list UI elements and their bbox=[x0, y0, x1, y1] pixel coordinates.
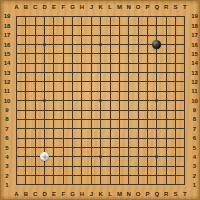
intersection-L12[interactable] bbox=[105, 77, 114, 86]
intersection-H16[interactable] bbox=[77, 40, 86, 49]
intersection-F16[interactable] bbox=[59, 40, 68, 49]
intersection-N16[interactable] bbox=[124, 40, 133, 49]
intersection-Q13[interactable] bbox=[152, 68, 161, 77]
intersection-M9[interactable] bbox=[115, 105, 124, 114]
stone-white-D4[interactable] bbox=[40, 152, 49, 161]
intersection-J12[interactable] bbox=[87, 77, 96, 86]
intersection-G13[interactable] bbox=[68, 68, 77, 77]
intersection-K1[interactable] bbox=[96, 180, 105, 189]
intersection-R14[interactable] bbox=[162, 59, 171, 68]
intersection-H7[interactable] bbox=[77, 124, 86, 133]
intersection-Q8[interactable] bbox=[152, 115, 161, 124]
intersection-H12[interactable] bbox=[77, 77, 86, 86]
intersection-D15[interactable] bbox=[40, 49, 49, 58]
intersection-P7[interactable] bbox=[143, 124, 152, 133]
intersection-K14[interactable] bbox=[96, 59, 105, 68]
intersection-O5[interactable] bbox=[133, 143, 142, 152]
intersection-O13[interactable] bbox=[133, 68, 142, 77]
intersection-T8[interactable] bbox=[180, 115, 189, 124]
intersection-F3[interactable] bbox=[59, 162, 68, 171]
intersection-F17[interactable] bbox=[59, 31, 68, 40]
intersection-A18[interactable] bbox=[12, 21, 21, 30]
intersection-G16[interactable] bbox=[68, 40, 77, 49]
intersection-K2[interactable] bbox=[96, 171, 105, 180]
intersection-S11[interactable] bbox=[171, 87, 180, 96]
intersection-J16[interactable] bbox=[87, 40, 96, 49]
intersection-K17[interactable] bbox=[96, 31, 105, 40]
intersection-B3[interactable] bbox=[21, 162, 30, 171]
intersection-Q3[interactable] bbox=[152, 162, 161, 171]
intersection-J15[interactable] bbox=[87, 49, 96, 58]
intersection-G9[interactable] bbox=[68, 105, 77, 114]
intersection-J18[interactable] bbox=[87, 21, 96, 30]
intersection-M18[interactable] bbox=[115, 21, 124, 30]
intersection-B1[interactable] bbox=[21, 180, 30, 189]
intersection-G17[interactable] bbox=[68, 31, 77, 40]
intersection-P14[interactable] bbox=[143, 59, 152, 68]
intersection-N1[interactable] bbox=[124, 180, 133, 189]
intersection-T2[interactable] bbox=[180, 171, 189, 180]
intersection-T6[interactable] bbox=[180, 133, 189, 142]
intersection-T5[interactable] bbox=[180, 143, 189, 152]
intersection-C7[interactable] bbox=[31, 124, 40, 133]
intersection-B12[interactable] bbox=[21, 77, 30, 86]
intersection-A11[interactable] bbox=[12, 87, 21, 96]
intersection-T15[interactable] bbox=[180, 49, 189, 58]
intersection-E19[interactable] bbox=[49, 12, 58, 21]
intersection-O4[interactable] bbox=[133, 152, 142, 161]
intersection-K3[interactable] bbox=[96, 162, 105, 171]
intersection-G8[interactable] bbox=[68, 115, 77, 124]
intersection-D5[interactable] bbox=[40, 143, 49, 152]
intersection-R15[interactable] bbox=[162, 49, 171, 58]
intersection-M10[interactable] bbox=[115, 96, 124, 105]
intersection-K7[interactable] bbox=[96, 124, 105, 133]
intersection-J13[interactable] bbox=[87, 68, 96, 77]
intersection-A13[interactable] bbox=[12, 68, 21, 77]
intersection-D11[interactable] bbox=[40, 87, 49, 96]
intersection-R3[interactable] bbox=[162, 162, 171, 171]
intersection-M16[interactable] bbox=[115, 40, 124, 49]
intersection-T9[interactable] bbox=[180, 105, 189, 114]
intersection-G12[interactable] bbox=[68, 77, 77, 86]
intersection-R9[interactable] bbox=[162, 105, 171, 114]
intersection-P2[interactable] bbox=[143, 171, 152, 180]
intersection-Q19[interactable] bbox=[152, 12, 161, 21]
intersection-O8[interactable] bbox=[133, 115, 142, 124]
intersection-Q7[interactable] bbox=[152, 124, 161, 133]
intersection-A2[interactable] bbox=[12, 171, 21, 180]
intersection-H19[interactable] bbox=[77, 12, 86, 21]
intersection-B14[interactable] bbox=[21, 59, 30, 68]
intersection-D6[interactable] bbox=[40, 133, 49, 142]
intersection-E16[interactable] bbox=[49, 40, 58, 49]
intersection-G19[interactable] bbox=[68, 12, 77, 21]
intersection-G3[interactable] bbox=[68, 162, 77, 171]
intersection-J7[interactable] bbox=[87, 124, 96, 133]
intersection-M13[interactable] bbox=[115, 68, 124, 77]
intersection-H2[interactable] bbox=[77, 171, 86, 180]
intersection-N11[interactable] bbox=[124, 87, 133, 96]
intersection-Q10[interactable] bbox=[152, 96, 161, 105]
intersection-D17[interactable] bbox=[40, 31, 49, 40]
intersection-A9[interactable] bbox=[12, 105, 21, 114]
intersection-B10[interactable] bbox=[21, 96, 30, 105]
intersection-F13[interactable] bbox=[59, 68, 68, 77]
intersection-E17[interactable] bbox=[49, 31, 58, 40]
intersection-M3[interactable] bbox=[115, 162, 124, 171]
intersection-B4[interactable] bbox=[21, 152, 30, 161]
intersection-B7[interactable] bbox=[21, 124, 30, 133]
intersection-R2[interactable] bbox=[162, 171, 171, 180]
intersection-D8[interactable] bbox=[40, 115, 49, 124]
intersection-D12[interactable] bbox=[40, 77, 49, 86]
intersection-S9[interactable] bbox=[171, 105, 180, 114]
intersection-R13[interactable] bbox=[162, 68, 171, 77]
intersection-L11[interactable] bbox=[105, 87, 114, 96]
intersection-E8[interactable] bbox=[49, 115, 58, 124]
intersection-S16[interactable] bbox=[171, 40, 180, 49]
intersection-S10[interactable] bbox=[171, 96, 180, 105]
intersection-L15[interactable] bbox=[105, 49, 114, 58]
intersection-S7[interactable] bbox=[171, 124, 180, 133]
intersection-E3[interactable] bbox=[49, 162, 58, 171]
intersection-B11[interactable] bbox=[21, 87, 30, 96]
intersection-R7[interactable] bbox=[162, 124, 171, 133]
intersection-A19[interactable] bbox=[12, 12, 21, 21]
intersection-M6[interactable] bbox=[115, 133, 124, 142]
intersection-F12[interactable] bbox=[59, 77, 68, 86]
intersection-N9[interactable] bbox=[124, 105, 133, 114]
intersection-L13[interactable] bbox=[105, 68, 114, 77]
intersection-G5[interactable] bbox=[68, 143, 77, 152]
intersection-O2[interactable] bbox=[133, 171, 142, 180]
intersection-P1[interactable] bbox=[143, 180, 152, 189]
intersection-C16[interactable] bbox=[31, 40, 40, 49]
intersection-A8[interactable] bbox=[12, 115, 21, 124]
intersection-R11[interactable] bbox=[162, 87, 171, 96]
intersection-K13[interactable] bbox=[96, 68, 105, 77]
intersection-A4[interactable] bbox=[12, 152, 21, 161]
intersection-T1[interactable] bbox=[180, 180, 189, 189]
intersection-J17[interactable] bbox=[87, 31, 96, 40]
intersection-N3[interactable] bbox=[124, 162, 133, 171]
intersection-S8[interactable] bbox=[171, 115, 180, 124]
intersection-Q16[interactable] bbox=[152, 40, 161, 49]
intersection-K9[interactable] bbox=[96, 105, 105, 114]
intersection-N5[interactable] bbox=[124, 143, 133, 152]
intersection-B9[interactable] bbox=[21, 105, 30, 114]
intersection-C10[interactable] bbox=[31, 96, 40, 105]
intersection-E9[interactable] bbox=[49, 105, 58, 114]
intersection-B17[interactable] bbox=[21, 31, 30, 40]
intersection-S13[interactable] bbox=[171, 68, 180, 77]
intersection-Q6[interactable] bbox=[152, 133, 161, 142]
intersection-J19[interactable] bbox=[87, 12, 96, 21]
intersection-Q14[interactable] bbox=[152, 59, 161, 68]
intersection-O1[interactable] bbox=[133, 180, 142, 189]
intersection-C15[interactable] bbox=[31, 49, 40, 58]
intersection-R1[interactable] bbox=[162, 180, 171, 189]
intersection-E7[interactable] bbox=[49, 124, 58, 133]
intersection-R8[interactable] bbox=[162, 115, 171, 124]
intersection-P11[interactable] bbox=[143, 87, 152, 96]
intersection-F5[interactable] bbox=[59, 143, 68, 152]
intersection-M8[interactable] bbox=[115, 115, 124, 124]
intersection-R19[interactable] bbox=[162, 12, 171, 21]
intersection-N18[interactable] bbox=[124, 21, 133, 30]
intersection-G15[interactable] bbox=[68, 49, 77, 58]
intersection-R6[interactable] bbox=[162, 133, 171, 142]
intersection-O19[interactable] bbox=[133, 12, 142, 21]
intersection-B18[interactable] bbox=[21, 21, 30, 30]
intersection-F8[interactable] bbox=[59, 115, 68, 124]
intersection-O9[interactable] bbox=[133, 105, 142, 114]
intersection-A15[interactable] bbox=[12, 49, 21, 58]
intersection-D18[interactable] bbox=[40, 21, 49, 30]
intersection-T17[interactable] bbox=[180, 31, 189, 40]
intersection-D14[interactable] bbox=[40, 59, 49, 68]
intersection-B5[interactable] bbox=[21, 143, 30, 152]
intersection-A3[interactable] bbox=[12, 162, 21, 171]
intersection-A17[interactable] bbox=[12, 31, 21, 40]
intersection-E10[interactable] bbox=[49, 96, 58, 105]
intersection-B6[interactable] bbox=[21, 133, 30, 142]
intersection-F15[interactable] bbox=[59, 49, 68, 58]
intersection-L10[interactable] bbox=[105, 96, 114, 105]
intersection-E14[interactable] bbox=[49, 59, 58, 68]
intersection-E13[interactable] bbox=[49, 68, 58, 77]
intersection-N10[interactable] bbox=[124, 96, 133, 105]
intersection-T19[interactable] bbox=[180, 12, 189, 21]
intersection-B13[interactable] bbox=[21, 68, 30, 77]
intersection-T14[interactable] bbox=[180, 59, 189, 68]
intersection-N17[interactable] bbox=[124, 31, 133, 40]
intersection-B8[interactable] bbox=[21, 115, 30, 124]
intersection-M11[interactable] bbox=[115, 87, 124, 96]
intersection-L18[interactable] bbox=[105, 21, 114, 30]
intersection-L17[interactable] bbox=[105, 31, 114, 40]
intersection-N15[interactable] bbox=[124, 49, 133, 58]
intersection-H1[interactable] bbox=[77, 180, 86, 189]
intersection-L16[interactable] bbox=[105, 40, 114, 49]
intersection-J4[interactable] bbox=[87, 152, 96, 161]
intersection-R10[interactable] bbox=[162, 96, 171, 105]
intersection-A10[interactable] bbox=[12, 96, 21, 105]
intersection-J9[interactable] bbox=[87, 105, 96, 114]
intersection-L14[interactable] bbox=[105, 59, 114, 68]
intersection-R5[interactable] bbox=[162, 143, 171, 152]
intersection-K10[interactable] bbox=[96, 96, 105, 105]
intersection-E15[interactable] bbox=[49, 49, 58, 58]
intersection-P10[interactable] bbox=[143, 96, 152, 105]
intersection-A6[interactable] bbox=[12, 133, 21, 142]
intersection-S14[interactable] bbox=[171, 59, 180, 68]
intersection-L19[interactable] bbox=[105, 12, 114, 21]
intersection-P3[interactable] bbox=[143, 162, 152, 171]
intersection-C17[interactable] bbox=[31, 31, 40, 40]
intersection-B15[interactable] bbox=[21, 49, 30, 58]
intersection-S5[interactable] bbox=[171, 143, 180, 152]
intersection-A5[interactable] bbox=[12, 143, 21, 152]
intersection-O18[interactable] bbox=[133, 21, 142, 30]
intersection-H6[interactable] bbox=[77, 133, 86, 142]
intersection-A14[interactable] bbox=[12, 59, 21, 68]
intersection-P9[interactable] bbox=[143, 105, 152, 114]
intersection-K4[interactable] bbox=[96, 152, 105, 161]
intersection-O12[interactable] bbox=[133, 77, 142, 86]
intersection-G11[interactable] bbox=[68, 87, 77, 96]
intersection-S3[interactable] bbox=[171, 162, 180, 171]
intersection-K5[interactable] bbox=[96, 143, 105, 152]
intersection-M17[interactable] bbox=[115, 31, 124, 40]
intersection-K8[interactable] bbox=[96, 115, 105, 124]
intersection-R12[interactable] bbox=[162, 77, 171, 86]
intersection-D13[interactable] bbox=[40, 68, 49, 77]
intersection-J10[interactable] bbox=[87, 96, 96, 105]
intersection-N2[interactable] bbox=[124, 171, 133, 180]
intersection-E12[interactable] bbox=[49, 77, 58, 86]
intersection-Q1[interactable] bbox=[152, 180, 161, 189]
intersection-G1[interactable] bbox=[68, 180, 77, 189]
intersection-T10[interactable] bbox=[180, 96, 189, 105]
intersection-R17[interactable] bbox=[162, 31, 171, 40]
intersection-S12[interactable] bbox=[171, 77, 180, 86]
intersection-C9[interactable] bbox=[31, 105, 40, 114]
intersection-G14[interactable] bbox=[68, 59, 77, 68]
intersection-P18[interactable] bbox=[143, 21, 152, 30]
intersection-S18[interactable] bbox=[171, 21, 180, 30]
intersection-A7[interactable] bbox=[12, 124, 21, 133]
intersection-S1[interactable] bbox=[171, 180, 180, 189]
intersection-O15[interactable] bbox=[133, 49, 142, 58]
intersection-F19[interactable] bbox=[59, 12, 68, 21]
intersection-O16[interactable] bbox=[133, 40, 142, 49]
intersection-H5[interactable] bbox=[77, 143, 86, 152]
intersection-M7[interactable] bbox=[115, 124, 124, 133]
intersection-C13[interactable] bbox=[31, 68, 40, 77]
intersection-H14[interactable] bbox=[77, 59, 86, 68]
intersection-H3[interactable] bbox=[77, 162, 86, 171]
intersection-F9[interactable] bbox=[59, 105, 68, 114]
intersection-D16[interactable] bbox=[40, 40, 49, 49]
intersection-Q4[interactable] bbox=[152, 152, 161, 161]
intersection-M19[interactable] bbox=[115, 12, 124, 21]
intersection-K6[interactable] bbox=[96, 133, 105, 142]
intersection-O17[interactable] bbox=[133, 31, 142, 40]
intersection-C12[interactable] bbox=[31, 77, 40, 86]
intersection-F18[interactable] bbox=[59, 21, 68, 30]
intersection-S4[interactable] bbox=[171, 152, 180, 161]
intersection-N12[interactable] bbox=[124, 77, 133, 86]
intersection-H13[interactable] bbox=[77, 68, 86, 77]
intersection-T3[interactable] bbox=[180, 162, 189, 171]
intersection-F6[interactable] bbox=[59, 133, 68, 142]
intersection-G6[interactable] bbox=[68, 133, 77, 142]
intersection-O14[interactable] bbox=[133, 59, 142, 68]
intersection-T13[interactable] bbox=[180, 68, 189, 77]
intersection-G4[interactable] bbox=[68, 152, 77, 161]
intersection-H17[interactable] bbox=[77, 31, 86, 40]
intersection-P13[interactable] bbox=[143, 68, 152, 77]
intersection-N14[interactable] bbox=[124, 59, 133, 68]
intersection-R18[interactable] bbox=[162, 21, 171, 30]
intersection-J14[interactable] bbox=[87, 59, 96, 68]
intersection-C8[interactable] bbox=[31, 115, 40, 124]
intersection-E1[interactable] bbox=[49, 180, 58, 189]
intersection-Q2[interactable] bbox=[152, 171, 161, 180]
intersection-J11[interactable] bbox=[87, 87, 96, 96]
intersection-P17[interactable] bbox=[143, 31, 152, 40]
intersection-L1[interactable] bbox=[105, 180, 114, 189]
intersection-F7[interactable] bbox=[59, 124, 68, 133]
intersection-H8[interactable] bbox=[77, 115, 86, 124]
intersection-P8[interactable] bbox=[143, 115, 152, 124]
intersection-K16[interactable] bbox=[96, 40, 105, 49]
intersection-P19[interactable] bbox=[143, 12, 152, 21]
intersection-L3[interactable] bbox=[105, 162, 114, 171]
intersection-G18[interactable] bbox=[68, 21, 77, 30]
intersection-F1[interactable] bbox=[59, 180, 68, 189]
intersection-E4[interactable] bbox=[49, 152, 58, 161]
intersection-T18[interactable] bbox=[180, 21, 189, 30]
intersection-T16[interactable] bbox=[180, 40, 189, 49]
intersection-G2[interactable] bbox=[68, 171, 77, 180]
intersection-O11[interactable] bbox=[133, 87, 142, 96]
intersection-C5[interactable] bbox=[31, 143, 40, 152]
intersection-N19[interactable] bbox=[124, 12, 133, 21]
intersection-F14[interactable] bbox=[59, 59, 68, 68]
intersection-L7[interactable] bbox=[105, 124, 114, 133]
intersection-P4[interactable] bbox=[143, 152, 152, 161]
intersection-C19[interactable] bbox=[31, 12, 40, 21]
intersection-D1[interactable] bbox=[40, 180, 49, 189]
intersection-J1[interactable] bbox=[87, 180, 96, 189]
intersection-H4[interactable] bbox=[77, 152, 86, 161]
intersection-L5[interactable] bbox=[105, 143, 114, 152]
intersection-N8[interactable] bbox=[124, 115, 133, 124]
intersection-A1[interactable] bbox=[12, 180, 21, 189]
intersection-S19[interactable] bbox=[171, 12, 180, 21]
intersection-T11[interactable] bbox=[180, 87, 189, 96]
intersection-O10[interactable] bbox=[133, 96, 142, 105]
intersection-D19[interactable] bbox=[40, 12, 49, 21]
intersection-A12[interactable] bbox=[12, 77, 21, 86]
intersection-R16[interactable] bbox=[162, 40, 171, 49]
intersection-G7[interactable] bbox=[68, 124, 77, 133]
intersection-J2[interactable] bbox=[87, 171, 96, 180]
intersection-D10[interactable] bbox=[40, 96, 49, 105]
stone-black-Q16[interactable] bbox=[152, 40, 161, 49]
intersection-Q11[interactable] bbox=[152, 87, 161, 96]
intersection-C11[interactable] bbox=[31, 87, 40, 96]
intersection-O6[interactable] bbox=[133, 133, 142, 142]
intersection-Q5[interactable] bbox=[152, 143, 161, 152]
intersection-D7[interactable] bbox=[40, 124, 49, 133]
intersection-T7[interactable] bbox=[180, 124, 189, 133]
intersection-D9[interactable] bbox=[40, 105, 49, 114]
intersection-S2[interactable] bbox=[171, 171, 180, 180]
intersection-F2[interactable] bbox=[59, 171, 68, 180]
intersection-N4[interactable] bbox=[124, 152, 133, 161]
intersection-C6[interactable] bbox=[31, 133, 40, 142]
intersection-H18[interactable] bbox=[77, 21, 86, 30]
intersection-F10[interactable] bbox=[59, 96, 68, 105]
intersection-J3[interactable] bbox=[87, 162, 96, 171]
intersection-C2[interactable] bbox=[31, 171, 40, 180]
intersection-A16[interactable] bbox=[12, 40, 21, 49]
intersection-H15[interactable] bbox=[77, 49, 86, 58]
